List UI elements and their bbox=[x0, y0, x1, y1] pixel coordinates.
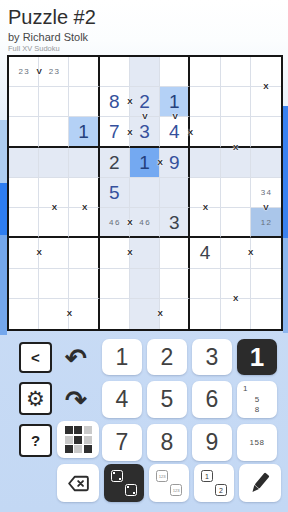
cell-r5c6[interactable] bbox=[160, 178, 190, 208]
cell-r5c4[interactable]: 5 bbox=[100, 178, 130, 208]
entered-digit: 3 bbox=[139, 122, 150, 141]
cell-r8c2[interactable] bbox=[39, 269, 69, 299]
digit-6-button[interactable]: 6 bbox=[192, 381, 232, 418]
cell-r7c1[interactable] bbox=[9, 238, 39, 268]
redo-button[interactable]: ↷ bbox=[58, 383, 94, 417]
gear-icon: ⚙ bbox=[26, 388, 45, 409]
cell-r9c6[interactable] bbox=[160, 299, 190, 329]
corner-marks-icon bbox=[110, 469, 138, 497]
entered-digit: 7 bbox=[109, 122, 120, 141]
cell-r4c8[interactable] bbox=[221, 148, 251, 178]
candidates: 46 bbox=[109, 218, 121, 227]
cell-r6c4[interactable]: 46 bbox=[100, 208, 130, 238]
xv-marker-x: X bbox=[157, 310, 162, 318]
puzzle-variant: Full XV Sudoku bbox=[8, 44, 96, 54]
digit-4-button[interactable]: 4 bbox=[102, 381, 142, 418]
xv-marker-x: X bbox=[127, 98, 132, 106]
cell-r4c4[interactable]: 2 bbox=[100, 148, 130, 178]
cell-r8c6[interactable] bbox=[160, 269, 190, 299]
xv-marker-x: X bbox=[52, 204, 57, 212]
xv-marker-x: X bbox=[188, 129, 193, 137]
entered-digit: 8 bbox=[109, 92, 120, 111]
redo-icon: ↷ bbox=[65, 385, 87, 416]
normal-mode-preview-button[interactable]: 1 bbox=[237, 339, 277, 375]
cell-r8c9[interactable] bbox=[251, 269, 281, 299]
cell-r1c8[interactable] bbox=[221, 57, 251, 87]
digit-5-button[interactable]: 5 bbox=[147, 381, 187, 418]
digit-9-button[interactable]: 9 bbox=[192, 424, 232, 461]
bg-ribbon-right-bottom bbox=[283, 238, 288, 333]
cell-r8c3[interactable] bbox=[69, 269, 99, 299]
cell-r6c3[interactable] bbox=[69, 208, 99, 238]
cell-r7c5[interactable] bbox=[130, 238, 160, 268]
cell-r4c2[interactable] bbox=[39, 148, 69, 178]
xv-marker-x: X bbox=[203, 204, 208, 212]
cell-r7c8[interactable] bbox=[221, 238, 251, 268]
entered-digit: 5 bbox=[109, 183, 120, 202]
cell-r5c8[interactable] bbox=[221, 178, 251, 208]
cell-r9c2[interactable] bbox=[39, 299, 69, 329]
cell-r4c6[interactable]: 9 bbox=[160, 148, 190, 178]
cell-r6c7[interactable] bbox=[190, 208, 220, 238]
cell-r9c1[interactable] bbox=[9, 299, 39, 329]
xv-marker-v: V bbox=[263, 204, 268, 212]
cell-r9c9[interactable] bbox=[251, 299, 281, 329]
xv-marker-x: X bbox=[233, 295, 238, 303]
cell-r1c3[interactable] bbox=[69, 57, 99, 87]
undo-button[interactable]: ↶ bbox=[58, 341, 94, 375]
cell-r8c1[interactable] bbox=[9, 269, 39, 299]
cell-r2c2[interactable] bbox=[39, 87, 69, 117]
cell-r4c7[interactable] bbox=[190, 148, 220, 178]
help-button[interactable]: ? bbox=[19, 424, 52, 457]
cell-r8c4[interactable] bbox=[100, 269, 130, 299]
pen-icon bbox=[247, 470, 273, 496]
cell-r6c9[interactable]: 12 bbox=[251, 208, 281, 238]
center-marks-icon: 123 123 bbox=[155, 469, 183, 497]
entered-digit: 1 bbox=[169, 92, 180, 111]
xv-marker-x: X bbox=[67, 310, 72, 318]
color-grid-button[interactable] bbox=[57, 421, 99, 458]
cell-r1c6[interactable] bbox=[160, 57, 190, 87]
cell-r3c5[interactable]: 3 bbox=[130, 117, 160, 147]
xv-marker-v: V bbox=[37, 68, 42, 76]
center-mode-preview-button[interactable]: 158 bbox=[237, 424, 277, 461]
cell-r9c3[interactable] bbox=[69, 299, 99, 329]
cell-r6c5[interactable]: 46 bbox=[130, 208, 160, 238]
xv-marker-x: X bbox=[82, 204, 87, 212]
cell-r2c7[interactable] bbox=[190, 87, 220, 117]
cell-r1c7[interactable] bbox=[190, 57, 220, 87]
cell-r2c4[interactable]: 8 bbox=[100, 87, 130, 117]
xv-marker-v: V bbox=[173, 113, 178, 121]
given-digit: 2 bbox=[109, 153, 120, 172]
candidates: 46 bbox=[139, 218, 151, 227]
digit-8-button[interactable]: 8 bbox=[147, 424, 187, 461]
cell-r9c5[interactable] bbox=[130, 299, 160, 329]
xv-marker-v: V bbox=[142, 113, 147, 121]
undo-icon: ↶ bbox=[65, 343, 87, 374]
entered-digit: 9 bbox=[169, 153, 180, 172]
cell-r3c3[interactable]: 1 bbox=[69, 117, 99, 147]
cell-r5c1[interactable] bbox=[9, 178, 39, 208]
app-screen: Puzzle #2 by Richard Stolk Full XV Sudok… bbox=[0, 0, 288, 512]
cell-r3c9[interactable] bbox=[251, 117, 281, 147]
cell-r3c2[interactable] bbox=[39, 117, 69, 147]
xv-marker-x: X bbox=[127, 129, 132, 137]
cell-r6c1[interactable] bbox=[9, 208, 39, 238]
xv-marker-x: X bbox=[127, 219, 132, 227]
digit-3-button[interactable]: 3 bbox=[192, 339, 232, 375]
cell-r9c4[interactable] bbox=[100, 299, 130, 329]
cell-r2c9[interactable] bbox=[251, 87, 281, 117]
cell-r4c3[interactable] bbox=[69, 148, 99, 178]
xv-marker-x: X bbox=[127, 249, 132, 257]
backspace-icon bbox=[66, 471, 91, 496]
corner-mode-button[interactable] bbox=[104, 464, 144, 502]
corner-mode-preview-button[interactable]: 158 bbox=[237, 381, 277, 418]
puzzle-title: Puzzle #2 bbox=[8, 4, 96, 30]
back-button[interactable]: < bbox=[19, 342, 52, 373]
cell-r7c6[interactable] bbox=[160, 238, 190, 268]
center-mode-button[interactable]: 123 123 bbox=[149, 464, 189, 502]
xv-marker-x: X bbox=[157, 159, 162, 167]
xv-marker-x: X bbox=[248, 249, 253, 257]
header: Puzzle #2 by Richard Stolk Full XV Sudok… bbox=[8, 4, 96, 54]
cell-r6c6[interactable]: 3 bbox=[160, 208, 190, 238]
candidates: 12 bbox=[261, 218, 273, 227]
entered-digit: 2 bbox=[139, 92, 150, 111]
entered-digit: 1 bbox=[78, 122, 89, 141]
number-pad: 1231456158789158 bbox=[102, 339, 278, 461]
cell-r7c9[interactable] bbox=[251, 238, 281, 268]
cell-r8c7[interactable] bbox=[190, 269, 220, 299]
cell-r4c1[interactable] bbox=[9, 148, 39, 178]
digit-1-button[interactable]: 1 bbox=[102, 339, 142, 375]
color-grid-icon bbox=[65, 426, 92, 453]
bg-ribbon-left-top bbox=[0, 120, 7, 183]
cell-r6c2[interactable] bbox=[39, 208, 69, 238]
candidates: 23 bbox=[49, 67, 61, 76]
normal-digits-icon: 1 2 bbox=[200, 469, 228, 497]
settings-button[interactable]: ⚙ bbox=[19, 382, 52, 415]
cell-r9c7[interactable] bbox=[190, 299, 220, 329]
cell-r7c7[interactable]: 4 bbox=[190, 238, 220, 268]
xv-marker-x: X bbox=[37, 249, 42, 257]
xv-marker-x: X bbox=[233, 144, 238, 152]
cell-r6c8[interactable] bbox=[221, 208, 251, 238]
entered-digit: 1 bbox=[139, 153, 150, 172]
cell-r3c6[interactable]: 4 bbox=[160, 117, 190, 147]
candidates: 23 bbox=[18, 67, 30, 76]
given-digit: 3 bbox=[169, 213, 180, 232]
bg-ribbon-right-top bbox=[283, 106, 288, 238]
sudoku-board: 2323821173421953446463124VXXXXXXXXXXXVVX… bbox=[7, 55, 283, 331]
cell-r5c5[interactable] bbox=[130, 178, 160, 208]
cell-r1c2[interactable]: 23 bbox=[39, 57, 69, 87]
cell-r1c5[interactable] bbox=[130, 57, 160, 87]
cell-r2c1[interactable] bbox=[9, 87, 39, 117]
cell-r1c4[interactable] bbox=[100, 57, 130, 87]
cell-r4c9[interactable] bbox=[251, 148, 281, 178]
given-digit: 4 bbox=[200, 243, 211, 262]
cell-r3c7[interactable] bbox=[190, 117, 220, 147]
cell-r1c1[interactable]: 23 bbox=[9, 57, 39, 87]
digit-2-button[interactable]: 2 bbox=[147, 339, 187, 375]
cell-r7c4[interactable] bbox=[100, 238, 130, 268]
entered-digit: 4 bbox=[169, 122, 180, 141]
cell-r2c3[interactable] bbox=[69, 87, 99, 117]
candidates: 34 bbox=[261, 188, 273, 197]
mode-row: 123 123 1 2 bbox=[57, 464, 281, 502]
cell-r8c5[interactable] bbox=[130, 269, 160, 299]
puzzle-author: by Richard Stolk bbox=[8, 30, 96, 44]
digit-7-button[interactable]: 7 bbox=[102, 424, 142, 461]
cell-r2c8[interactable] bbox=[221, 87, 251, 117]
cell-r9c8[interactable] bbox=[221, 299, 251, 329]
cell-r3c4[interactable]: 7 bbox=[100, 117, 130, 147]
bg-ribbon-left-mid bbox=[0, 183, 7, 235]
cell-r7c2[interactable] bbox=[39, 238, 69, 268]
cell-r3c1[interactable] bbox=[9, 117, 39, 147]
delete-button[interactable] bbox=[57, 464, 99, 502]
bg-ribbon-left-bottom bbox=[0, 235, 7, 335]
cell-r7c3[interactable] bbox=[69, 238, 99, 268]
pen-mode-button[interactable] bbox=[239, 464, 281, 502]
xv-marker-x: X bbox=[263, 83, 268, 91]
cell-r4c5[interactable]: 1 bbox=[130, 148, 160, 178]
normal-mode-button[interactable]: 1 2 bbox=[194, 464, 234, 502]
